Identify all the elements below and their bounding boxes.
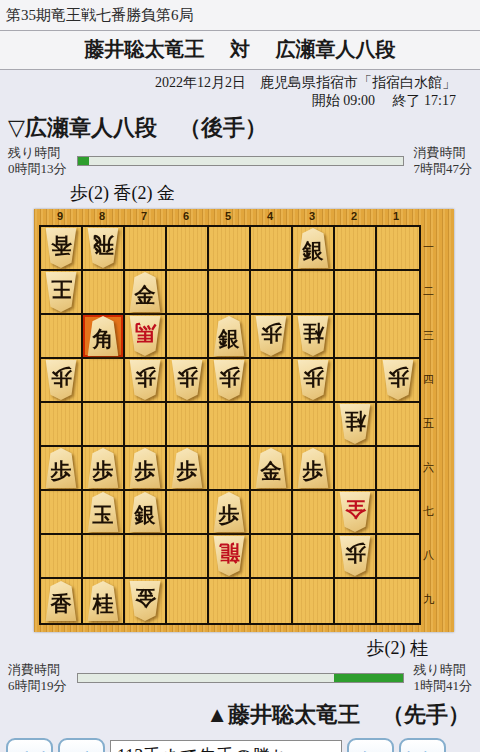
sente-remaining-label: 残り時間 bbox=[414, 662, 473, 678]
piece-kanji: 歩 bbox=[177, 460, 198, 481]
column-label-9: 9 bbox=[39, 210, 81, 225]
sente-player-name: ▲藤井聡太竜王 （先手） bbox=[0, 696, 480, 730]
piece-gote-narigin: 全 bbox=[338, 492, 372, 532]
square-2九 bbox=[335, 579, 377, 623]
square-8八 bbox=[83, 535, 125, 579]
square-9一: 香 bbox=[41, 227, 83, 271]
square-7一 bbox=[125, 227, 167, 271]
piece-sente-keima: 桂 bbox=[86, 581, 120, 621]
square-1一 bbox=[377, 227, 419, 271]
piece-body: 全 bbox=[338, 492, 372, 532]
square-6九 bbox=[167, 579, 209, 623]
square-5五 bbox=[209, 403, 251, 447]
square-8二 bbox=[83, 271, 125, 315]
piece-body: 歩 bbox=[254, 316, 288, 356]
gote-remaining: 残り時間 0時間13分 bbox=[8, 145, 67, 176]
piece-kanji: 角 bbox=[93, 328, 114, 349]
piece-kanji: 王 bbox=[51, 279, 72, 300]
date-venue: 2022年12月2日 鹿児島県指宿市「指宿白水館」 開始 09:00 終了 17… bbox=[0, 70, 480, 109]
square-5三: 銀 bbox=[209, 315, 251, 359]
piece-sente-fu: 歩 bbox=[128, 448, 162, 488]
row-label-5: 五 bbox=[421, 401, 436, 445]
square-6八 bbox=[167, 535, 209, 579]
square-6二 bbox=[167, 271, 209, 315]
piece-body: 王 bbox=[44, 272, 78, 312]
column-label-3: 3 bbox=[291, 210, 333, 225]
gote-consumed-value: 7時間47分 bbox=[414, 161, 473, 177]
piece-kanji: 歩 bbox=[219, 504, 240, 525]
piece-kanji: 玉 bbox=[93, 504, 114, 525]
piece-kanji: 歩 bbox=[135, 367, 156, 388]
square-2一 bbox=[335, 227, 377, 271]
piece-gote-uma: 馬 bbox=[128, 316, 162, 356]
nav-next-button[interactable]: > bbox=[347, 738, 394, 752]
square-9五 bbox=[41, 403, 83, 447]
square-6五 bbox=[167, 403, 209, 447]
piece-sente-kin: 金 bbox=[254, 448, 288, 488]
square-7三: 馬 bbox=[125, 315, 167, 359]
piece-gote-keima: 桂 bbox=[296, 316, 330, 356]
gote-time-row: 残り時間 0時間13分 消費時間 7時間47分 bbox=[0, 143, 480, 179]
piece-body: 歩 bbox=[296, 448, 330, 488]
piece-kanji: 銀 bbox=[219, 328, 240, 349]
square-7七: 銀 bbox=[125, 491, 167, 535]
piece-gote-hisha: 飛 bbox=[86, 228, 120, 268]
piece-body: 飛 bbox=[86, 228, 120, 268]
row-label-7: 七 bbox=[421, 489, 436, 533]
square-4三: 歩 bbox=[251, 315, 293, 359]
square-1四: 歩 bbox=[377, 359, 419, 403]
column-label-1: 1 bbox=[375, 210, 417, 225]
shogi-board: 987654321 香飛銀王金角馬銀歩桂歩歩歩歩歩歩桂歩歩歩歩金歩玉銀歩全龍歩香… bbox=[34, 209, 454, 632]
piece-body: 歩 bbox=[338, 536, 372, 576]
square-5八: 龍 bbox=[209, 535, 251, 579]
square-3八 bbox=[293, 535, 335, 579]
square-8五 bbox=[83, 403, 125, 447]
piece-body: 龍 bbox=[212, 536, 246, 576]
piece-sente-kyosha: 香 bbox=[44, 581, 78, 621]
row-label-1: 一 bbox=[421, 225, 436, 269]
piece-kanji: 歩 bbox=[388, 367, 409, 388]
piece-kanji: 桂 bbox=[93, 593, 114, 614]
piece-sente-kaku: 角 bbox=[86, 316, 120, 356]
column-label-4: 4 bbox=[249, 210, 291, 225]
piece-body: 歩 bbox=[296, 360, 330, 400]
piece-kanji: 馬 bbox=[135, 323, 156, 344]
piece-gote-fu: 歩 bbox=[296, 360, 330, 400]
square-2五: 桂 bbox=[335, 403, 377, 447]
square-2二 bbox=[335, 271, 377, 315]
sente-consumed-value: 6時間19分 bbox=[8, 678, 67, 694]
piece-gote-fu: 歩 bbox=[381, 360, 415, 400]
square-7五 bbox=[125, 403, 167, 447]
piece-gote-fu: 歩 bbox=[212, 360, 246, 400]
piece-sente-kin: 金 bbox=[128, 272, 162, 312]
piece-body: 桂 bbox=[338, 404, 372, 444]
piece-kanji: 歩 bbox=[303, 460, 324, 481]
sente-time-row: 消費時間 6時間19分 残り時間 1時間41分 bbox=[0, 660, 480, 696]
sente-consumed: 消費時間 6時間19分 bbox=[8, 662, 67, 693]
piece-body: 角 bbox=[86, 316, 120, 356]
row-label-2: 二 bbox=[421, 269, 436, 313]
sente-time-bar-fill bbox=[334, 674, 402, 682]
piece-kanji: 歩 bbox=[93, 460, 114, 481]
square-1六 bbox=[377, 447, 419, 491]
square-3一: 銀 bbox=[293, 227, 335, 271]
square-1九 bbox=[377, 579, 419, 623]
piece-body: 歩 bbox=[44, 448, 78, 488]
piece-kanji: 銀 bbox=[303, 240, 324, 261]
piece-sente-gyoku: 玉 bbox=[86, 492, 120, 532]
square-4四 bbox=[251, 359, 293, 403]
piece-kanji: 金 bbox=[261, 460, 282, 481]
piece-body: 銀 bbox=[128, 492, 162, 532]
piece-kanji: 桂 bbox=[303, 323, 324, 344]
piece-kanji: 歩 bbox=[303, 367, 324, 388]
square-9七 bbox=[41, 491, 83, 535]
event-title: 第35期竜王戦七番勝負第6局 bbox=[0, 0, 480, 31]
piece-kanji: 歩 bbox=[51, 460, 72, 481]
piece-body: 歩 bbox=[212, 492, 246, 532]
column-label-5: 5 bbox=[207, 210, 249, 225]
square-4六: 金 bbox=[251, 447, 293, 491]
piece-sente-gin: 銀 bbox=[296, 228, 330, 268]
piece-body: 歩 bbox=[44, 360, 78, 400]
piece-gote-keima: 桂 bbox=[338, 404, 372, 444]
sente-consumed-label: 消費時間 bbox=[8, 662, 67, 678]
row-label-6: 六 bbox=[421, 445, 436, 489]
piece-gote-fu: 歩 bbox=[254, 316, 288, 356]
square-5六 bbox=[209, 447, 251, 491]
square-9四: 歩 bbox=[41, 359, 83, 403]
square-3二 bbox=[293, 271, 335, 315]
schedule-line: 開始 09:00 終了 17:17 bbox=[0, 92, 456, 110]
piece-kanji: 歩 bbox=[177, 367, 198, 388]
square-8一: 飛 bbox=[83, 227, 125, 271]
square-4一 bbox=[251, 227, 293, 271]
square-4二 bbox=[251, 271, 293, 315]
square-4八 bbox=[251, 535, 293, 579]
square-4九 bbox=[251, 579, 293, 623]
piece-sente-fu: 歩 bbox=[86, 448, 120, 488]
piece-body: 香 bbox=[44, 581, 78, 621]
piece-body: 金 bbox=[128, 581, 162, 621]
square-9二: 王 bbox=[41, 271, 83, 315]
gote-consumed-label: 消費時間 bbox=[414, 145, 473, 161]
piece-kanji: 全 bbox=[345, 499, 366, 520]
piece-kanji: 金 bbox=[135, 284, 156, 305]
square-5四: 歩 bbox=[209, 359, 251, 403]
sente-time-bar bbox=[77, 673, 404, 683]
gote-hand-pieces: 歩(2) 香(2) 金 bbox=[0, 179, 480, 207]
piece-kanji: 歩 bbox=[345, 543, 366, 564]
square-1二 bbox=[377, 271, 419, 315]
square-6六: 歩 bbox=[167, 447, 209, 491]
piece-kanji: 飛 bbox=[93, 235, 114, 256]
column-label-7: 7 bbox=[123, 210, 165, 225]
board-main: 987654321 香飛銀王金角馬銀歩桂歩歩歩歩歩歩桂歩歩歩歩金歩玉銀歩全龍歩香… bbox=[39, 210, 421, 625]
gote-remaining-label: 残り時間 bbox=[8, 145, 67, 161]
piece-kanji: 香 bbox=[51, 593, 72, 614]
nav-last-button[interactable]: >> bbox=[399, 738, 446, 752]
board-column-labels: 987654321 bbox=[39, 210, 421, 225]
piece-body: 香 bbox=[44, 228, 78, 268]
piece-kanji: 銀 bbox=[135, 504, 156, 525]
piece-body: 歩 bbox=[212, 360, 246, 400]
square-8七: 玉 bbox=[83, 491, 125, 535]
sente-remaining-value: 1時間41分 bbox=[414, 678, 473, 694]
square-9九: 香 bbox=[41, 579, 83, 623]
piece-gote-fu: 歩 bbox=[44, 360, 78, 400]
square-5二 bbox=[209, 271, 251, 315]
page: 第35期竜王戦七番勝負第6局 藤井聡太竜王 対 広瀬章人八段 2022年12月2… bbox=[0, 0, 480, 752]
square-6七 bbox=[167, 491, 209, 535]
row-label-9: 九 bbox=[421, 577, 436, 621]
row-label-4: 四 bbox=[421, 357, 436, 401]
piece-sente-fu: 歩 bbox=[170, 448, 204, 488]
square-3五 bbox=[293, 403, 335, 447]
piece-body: 歩 bbox=[128, 360, 162, 400]
piece-sente-fu: 歩 bbox=[212, 492, 246, 532]
square-9六: 歩 bbox=[41, 447, 83, 491]
square-3六: 歩 bbox=[293, 447, 335, 491]
piece-body: 玉 bbox=[86, 492, 120, 532]
gote-player-name: ▽広瀬章人八段 （後手） bbox=[0, 109, 480, 143]
piece-kanji: 桂 bbox=[345, 411, 366, 432]
nav-prev-button[interactable]: < bbox=[58, 738, 105, 752]
piece-body: 歩 bbox=[170, 448, 204, 488]
square-1五 bbox=[377, 403, 419, 447]
square-1八 bbox=[377, 535, 419, 579]
piece-sente-fu: 歩 bbox=[44, 448, 78, 488]
square-7九: 金 bbox=[125, 579, 167, 623]
piece-kanji: 歩 bbox=[135, 460, 156, 481]
square-7二: 金 bbox=[125, 271, 167, 315]
square-7四: 歩 bbox=[125, 359, 167, 403]
players-bar: 藤井聡太竜王 対 広瀬章人八段 bbox=[0, 31, 480, 70]
piece-sente-gin: 銀 bbox=[128, 492, 162, 532]
square-6一 bbox=[167, 227, 209, 271]
square-7六: 歩 bbox=[125, 447, 167, 491]
piece-body: 銀 bbox=[296, 228, 330, 268]
piece-kanji: 歩 bbox=[219, 367, 240, 388]
piece-kanji: 金 bbox=[135, 588, 156, 609]
board-row-labels: 一二三四五六七八九 bbox=[421, 210, 436, 625]
piece-sente-fu: 歩 bbox=[296, 448, 330, 488]
square-2七: 全 bbox=[335, 491, 377, 535]
square-1三 bbox=[377, 315, 419, 359]
piece-body: 桂 bbox=[296, 316, 330, 356]
square-8九: 桂 bbox=[83, 579, 125, 623]
piece-kanji: 香 bbox=[51, 235, 72, 256]
gote-consumed: 消費時間 7時間47分 bbox=[414, 145, 473, 176]
board-grid: 香飛銀王金角馬銀歩桂歩歩歩歩歩歩桂歩歩歩歩金歩玉銀歩全龍歩香桂金 bbox=[39, 225, 421, 625]
piece-kanji: 歩 bbox=[261, 323, 282, 344]
sente-remaining: 残り時間 1時間41分 bbox=[414, 662, 473, 693]
piece-kanji: 龍 bbox=[219, 543, 240, 564]
date-venue-line: 2022年12月2日 鹿児島県指宿市「指宿白水館」 bbox=[0, 74, 456, 92]
square-2八: 歩 bbox=[335, 535, 377, 579]
gote-time-bar-fill bbox=[78, 157, 89, 165]
square-5九 bbox=[209, 579, 251, 623]
gote-remaining-value: 0時間13分 bbox=[8, 161, 67, 177]
piece-body: 歩 bbox=[86, 448, 120, 488]
piece-body: 銀 bbox=[212, 316, 246, 356]
square-3三: 桂 bbox=[293, 315, 335, 359]
piece-gote-fu: 歩 bbox=[128, 360, 162, 400]
square-7八 bbox=[125, 535, 167, 579]
square-4七 bbox=[251, 491, 293, 535]
square-2三 bbox=[335, 315, 377, 359]
square-9三 bbox=[41, 315, 83, 359]
square-8六: 歩 bbox=[83, 447, 125, 491]
square-5一 bbox=[209, 227, 251, 271]
move-status-input[interactable] bbox=[110, 740, 342, 752]
piece-gote-kin: 金 bbox=[128, 581, 162, 621]
square-2六 bbox=[335, 447, 377, 491]
piece-sente-gin: 銀 bbox=[212, 316, 246, 356]
square-3四: 歩 bbox=[293, 359, 335, 403]
kifu-navigation: << < > >> bbox=[0, 730, 480, 752]
piece-body: 金 bbox=[128, 272, 162, 312]
column-label-8: 8 bbox=[81, 210, 123, 225]
piece-gote-kyosha: 香 bbox=[44, 228, 78, 268]
piece-body: 桂 bbox=[86, 581, 120, 621]
piece-body: 歩 bbox=[128, 448, 162, 488]
piece-body: 馬 bbox=[128, 316, 162, 356]
square-3九 bbox=[293, 579, 335, 623]
piece-body: 歩 bbox=[170, 360, 204, 400]
column-label-6: 6 bbox=[165, 210, 207, 225]
square-8四 bbox=[83, 359, 125, 403]
square-6三 bbox=[167, 315, 209, 359]
piece-gote-fu: 歩 bbox=[338, 536, 372, 576]
square-6四: 歩 bbox=[167, 359, 209, 403]
row-label-8: 八 bbox=[421, 533, 436, 577]
piece-gote-ou: 王 bbox=[44, 272, 78, 312]
piece-body: 金 bbox=[254, 448, 288, 488]
square-3七 bbox=[293, 491, 335, 535]
square-2四 bbox=[335, 359, 377, 403]
piece-gote-ryu: 龍 bbox=[212, 536, 246, 576]
gote-time-bar bbox=[77, 156, 404, 166]
square-9八 bbox=[41, 535, 83, 579]
row-label-3: 三 bbox=[421, 313, 436, 357]
piece-gote-fu: 歩 bbox=[170, 360, 204, 400]
piece-kanji: 歩 bbox=[51, 367, 72, 388]
square-5七: 歩 bbox=[209, 491, 251, 535]
square-1七 bbox=[377, 491, 419, 535]
piece-body: 歩 bbox=[381, 360, 415, 400]
column-label-2: 2 bbox=[333, 210, 375, 225]
square-8三: 角 bbox=[83, 315, 125, 359]
square-4五 bbox=[251, 403, 293, 447]
nav-first-button[interactable]: << bbox=[6, 738, 53, 752]
sente-hand-pieces: 歩(2) 桂 bbox=[0, 632, 480, 660]
